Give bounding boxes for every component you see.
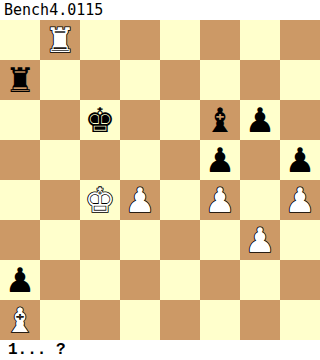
square-b4[interactable] [40,180,80,220]
square-g7[interactable] [240,60,280,100]
square-b1[interactable] [40,300,80,340]
square-c4[interactable]: ♚ [80,180,120,220]
square-b5[interactable] [40,140,80,180]
square-a4[interactable] [0,180,40,220]
chess-board: ♜♜♚♝♟♟♟♚♟♟♟♟♟♝ [0,20,320,340]
white-pawn-piece[interactable]: ♟ [285,180,315,220]
black-king-piece[interactable]: ♚ [85,100,115,140]
square-f5[interactable]: ♟ [200,140,240,180]
square-h4[interactable]: ♟ [280,180,320,220]
square-c2[interactable] [80,260,120,300]
black-rook-piece[interactable]: ♜ [5,60,35,100]
square-b7[interactable] [40,60,80,100]
square-b2[interactable] [40,260,80,300]
square-h5[interactable]: ♟ [280,140,320,180]
square-e3[interactable] [160,220,200,260]
square-d5[interactable] [120,140,160,180]
square-g3[interactable]: ♟ [240,220,280,260]
black-bishop-piece[interactable]: ♝ [205,100,235,140]
square-e1[interactable] [160,300,200,340]
square-b3[interactable] [40,220,80,260]
square-e5[interactable] [160,140,200,180]
square-e4[interactable] [160,180,200,220]
square-f3[interactable] [200,220,240,260]
square-c6[interactable]: ♚ [80,100,120,140]
square-d4[interactable]: ♟ [120,180,160,220]
square-g8[interactable] [240,20,280,60]
square-a6[interactable] [0,100,40,140]
white-pawn-piece[interactable]: ♟ [205,180,235,220]
black-pawn-piece[interactable]: ♟ [205,140,235,180]
square-d8[interactable] [120,20,160,60]
white-pawn-piece[interactable]: ♟ [245,220,275,260]
square-f2[interactable] [200,260,240,300]
square-e8[interactable] [160,20,200,60]
square-g1[interactable] [240,300,280,340]
square-d7[interactable] [120,60,160,100]
square-a8[interactable] [0,20,40,60]
square-f8[interactable] [200,20,240,60]
square-a2[interactable]: ♟ [0,260,40,300]
square-c5[interactable] [80,140,120,180]
square-b6[interactable] [40,100,80,140]
square-f7[interactable] [200,60,240,100]
diagram-title: Bench4.0115 [0,0,320,20]
square-c7[interactable] [80,60,120,100]
square-f6[interactable]: ♝ [200,100,240,140]
square-g4[interactable] [240,180,280,220]
square-c1[interactable] [80,300,120,340]
black-pawn-piece[interactable]: ♟ [285,140,315,180]
square-h2[interactable] [280,260,320,300]
square-a7[interactable]: ♜ [0,60,40,100]
move-prompt: 1... ? [0,340,320,360]
square-c8[interactable] [80,20,120,60]
square-h3[interactable] [280,220,320,260]
square-d3[interactable] [120,220,160,260]
square-h6[interactable] [280,100,320,140]
black-pawn-piece[interactable]: ♟ [245,100,275,140]
square-f4[interactable]: ♟ [200,180,240,220]
square-f1[interactable] [200,300,240,340]
square-c3[interactable] [80,220,120,260]
square-g2[interactable] [240,260,280,300]
square-d1[interactable] [120,300,160,340]
square-a3[interactable] [0,220,40,260]
square-h1[interactable] [280,300,320,340]
square-h8[interactable] [280,20,320,60]
square-d6[interactable] [120,100,160,140]
white-pawn-piece[interactable]: ♟ [125,180,155,220]
square-a1[interactable]: ♝ [0,300,40,340]
square-g6[interactable]: ♟ [240,100,280,140]
square-d2[interactable] [120,260,160,300]
square-h7[interactable] [280,60,320,100]
square-e2[interactable] [160,260,200,300]
white-king-piece[interactable]: ♚ [85,180,115,220]
white-rook-piece[interactable]: ♜ [45,20,75,60]
square-e7[interactable] [160,60,200,100]
black-pawn-piece[interactable]: ♟ [5,260,35,300]
square-b8[interactable]: ♜ [40,20,80,60]
white-bishop-piece[interactable]: ♝ [5,300,35,340]
square-e6[interactable] [160,100,200,140]
square-g5[interactable] [240,140,280,180]
square-a5[interactable] [0,140,40,180]
